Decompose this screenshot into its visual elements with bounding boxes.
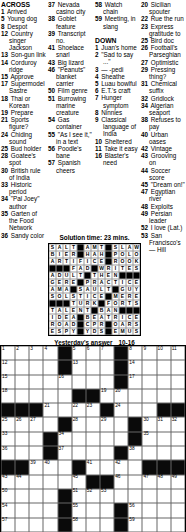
cell-number: 18 <box>2 389 7 394</box>
cell-number: 12 <box>2 361 7 366</box>
grid-cell[interactable] <box>72 375 86 389</box>
grid-cell[interactable]: 36 <box>1 446 15 460</box>
grid-cell[interactable] <box>43 360 57 374</box>
grid-cell[interactable] <box>86 360 100 374</box>
clue-number: 13 <box>1 51 9 58</box>
solution-letter-cell: L <box>63 307 70 314</box>
solution-letter-cell: U <box>126 328 133 335</box>
solution-letter-cell: T <box>119 265 126 272</box>
grid-cell[interactable]: 29 <box>100 417 114 431</box>
solution-letter-cell: T <box>77 293 84 300</box>
grid-cell[interactable] <box>171 375 185 389</box>
clue-across-8: 8 Despot <box>1 23 46 30</box>
solution-letter-cell: M <box>91 244 98 251</box>
grid-cell[interactable] <box>15 446 29 460</box>
solution-letter-cell: I <box>119 314 126 321</box>
grid-cell[interactable] <box>142 503 156 517</box>
solution-letter-cell: E <box>63 251 70 258</box>
grid-cell[interactable]: 43 <box>1 475 15 489</box>
grid-cell[interactable] <box>114 489 128 503</box>
cell-number: 54 <box>2 504 7 509</box>
clue-number: 56 <box>48 145 56 152</box>
grid-cell[interactable] <box>86 518 100 532</box>
grid-cell[interactable] <box>128 403 142 417</box>
grid-cell[interactable]: 39 <box>29 460 43 474</box>
grid-cell[interactable]: 25 <box>1 417 15 431</box>
grid-cell[interactable] <box>29 503 43 517</box>
clue-down-38: 38 Refuses to pay <box>141 116 185 130</box>
grid-cell[interactable] <box>29 389 43 403</box>
solution-black-cell <box>126 307 133 314</box>
cell-number: 28 <box>73 418 78 423</box>
solution-letter-cell: D <box>56 272 63 279</box>
cell-number: 2 <box>16 347 19 352</box>
solution-letter-cell: T <box>98 244 105 251</box>
clue-number: 17 <box>1 80 9 87</box>
clue-number: 53 <box>141 232 149 239</box>
clue-across-35: 35 Garten of the Food Network <box>1 210 46 232</box>
grid-cell[interactable]: 22 <box>72 403 86 417</box>
grid-cell[interactable] <box>157 432 171 446</box>
grid-cell[interactable]: 34 <box>58 432 72 446</box>
solution-letter-cell: O <box>133 251 140 258</box>
grid-cell[interactable] <box>15 375 29 389</box>
grid-cell[interactable]: 10 <box>157 346 171 360</box>
clue-number: 38 <box>48 15 56 22</box>
solution-black-cell <box>119 307 126 314</box>
grid-cell[interactable]: 59 <box>128 518 142 532</box>
grid-cell[interactable] <box>100 375 114 389</box>
clue-number: 5 <box>95 80 100 87</box>
grid-cell[interactable]: 11 <box>171 346 185 360</box>
solution-letter-cell: R <box>63 279 70 286</box>
grid-cell[interactable] <box>58 475 72 489</box>
grid-cell[interactable] <box>171 446 185 460</box>
clue-down-6: 6 E.T.'s craft <box>95 87 139 94</box>
grid-cell[interactable]: 20 <box>114 389 128 403</box>
solution-letter-cell: E <box>63 314 70 321</box>
grid-cell[interactable]: 52 <box>86 489 100 503</box>
cell-number: 39 <box>30 461 35 466</box>
grid-black-cell <box>128 432 142 446</box>
solution-letter-cell: D <box>56 314 63 321</box>
clue-down-29: 29 Pressing thing? <box>141 66 185 80</box>
grid-cell[interactable] <box>128 475 142 489</box>
grid-cell[interactable] <box>157 518 171 532</box>
cell-number: 23 <box>87 404 92 409</box>
solution-letter-cell: A <box>56 307 63 314</box>
solution-letter-cell: O <box>126 258 133 265</box>
grid-cell[interactable]: 58 <box>72 518 86 532</box>
grid-cell[interactable] <box>100 446 114 460</box>
grid-cell[interactable] <box>29 489 43 503</box>
solution-letter-cell: S <box>49 244 56 251</box>
grid-cell[interactable]: 32 <box>171 417 185 431</box>
grid-cell[interactable]: 41 <box>86 460 100 474</box>
solution-letter-cell: H <box>98 251 105 258</box>
grid-cell[interactable]: 47 <box>142 475 156 489</box>
grid-cell[interactable]: 31 <box>157 417 171 431</box>
solution-letter-cell: E <box>105 272 112 279</box>
solution-letter-cell: R <box>112 314 119 321</box>
clue-across-56: 56 Poodle's bane <box>48 145 93 159</box>
clue-number: 47 <box>141 188 149 195</box>
solution-letter-cell: I <box>56 251 63 258</box>
clue-across-33: 33 Historic period <box>1 181 46 195</box>
solution-letter-cell: T <box>126 300 133 307</box>
grid-cell[interactable] <box>142 375 156 389</box>
grid-cell[interactable]: 48 <box>157 475 171 489</box>
solution-letter-cell: L <box>126 251 133 258</box>
clue-number: 45 <box>141 181 149 188</box>
solution-letter-cell: B <box>98 307 105 314</box>
solution-black-cell <box>105 244 112 251</box>
clue-across-21: 21 Sports figure? <box>1 116 46 130</box>
solution-letter-cell: E <box>126 265 133 272</box>
solution-letter-cell: F <box>105 300 112 307</box>
solution-letter-cell: E <box>119 293 126 300</box>
grid-black-cell <box>58 503 72 517</box>
grid-cell[interactable] <box>58 460 72 474</box>
solution-letter-cell: A <box>63 286 70 293</box>
clue-number: 29 <box>141 66 149 73</box>
clue-down-42: 42 Vintage <box>141 145 185 152</box>
grid-cell[interactable]: 1 <box>1 346 15 360</box>
clue-number: 49 <box>141 210 149 217</box>
grid-cell[interactable]: 33 <box>1 432 15 446</box>
grid-cell[interactable]: 17 <box>128 375 142 389</box>
cell-number: 36 <box>2 447 7 452</box>
clue-down-45: 45 "Dream on!" <box>141 181 185 188</box>
grid-cell[interactable] <box>171 432 185 446</box>
grid-cell[interactable]: 54 <box>1 503 15 517</box>
clue-down-10: 10 Sheltered <box>95 138 139 145</box>
grid-cell[interactable] <box>86 446 100 460</box>
clue-down-26: 26 Football's Parseghian <box>141 44 185 58</box>
grid-cell[interactable] <box>142 360 156 374</box>
clue-across-5: 5 Young dog <box>1 15 46 22</box>
clue-down-11: 11 Take it easy <box>95 145 139 152</box>
solution-black-cell <box>98 300 105 307</box>
grid-cell[interactable]: 7 <box>100 346 114 360</box>
grid-cell[interactable] <box>171 389 185 403</box>
grid-cell[interactable]: 3 <box>29 346 43 360</box>
solution-letter-cell: Y <box>133 286 140 293</box>
grid-cell[interactable] <box>29 446 43 460</box>
grid-cell[interactable]: 26 <box>15 417 29 431</box>
grid-cell[interactable] <box>142 518 156 532</box>
solution-letter-cell: R <box>91 279 98 286</box>
grid-cell[interactable]: 16 <box>58 375 72 389</box>
grid-cell[interactable] <box>157 503 171 517</box>
clue-down-2: 2 "Sad to say ..." <box>95 51 139 65</box>
grid-cell[interactable] <box>114 417 128 431</box>
grid-cell[interactable] <box>29 432 43 446</box>
grid-cell[interactable] <box>114 432 128 446</box>
grid-cell[interactable]: 13 <box>72 360 86 374</box>
grid-cell[interactable]: 38 <box>128 446 142 460</box>
solution-letter-cell: E <box>70 279 77 286</box>
grid-cell[interactable] <box>43 503 57 517</box>
solution-letter-cell: E <box>112 328 119 335</box>
grid-cell[interactable] <box>142 403 156 417</box>
cell-number: 21 <box>44 404 49 409</box>
grid-cell[interactable] <box>58 403 72 417</box>
solution-letter-cell: C <box>126 314 133 321</box>
solution-letter-cell: F <box>77 258 84 265</box>
clue-down-48: 48 Exploits <box>141 203 185 210</box>
clue-number: 33 <box>1 181 9 188</box>
clue-down-9: 9 Classical language of India <box>95 116 139 138</box>
grid-cell[interactable]: 15 <box>1 375 15 389</box>
solution-letter-cell: P <box>84 279 91 286</box>
grid-cell[interactable] <box>43 518 57 532</box>
grid-cell[interactable]: 35 <box>142 432 156 446</box>
grid-cell[interactable]: 9 <box>142 346 156 360</box>
grid-cell[interactable]: 57 <box>1 518 15 532</box>
solution-letter-cell: W <box>133 244 140 251</box>
grid-cell[interactable] <box>128 460 142 474</box>
grid-cell[interactable] <box>43 489 57 503</box>
grid-cell[interactable] <box>171 360 185 374</box>
grid-cell[interactable]: 14 <box>128 360 142 374</box>
grid-cell[interactable] <box>29 360 43 374</box>
grid-cell[interactable]: 55 <box>72 503 86 517</box>
grid-cell[interactable] <box>15 503 29 517</box>
clue-across-12: 12 Country singer Jackson <box>1 30 46 52</box>
cell-number: 33 <box>2 432 7 437</box>
grid-black-cell <box>114 518 128 532</box>
grid-cell[interactable] <box>171 503 185 517</box>
solution-letter-cell: K <box>91 300 98 307</box>
clue-across-17: 17 Supermodel Sastre <box>1 80 46 94</box>
clue-number: 46 <box>48 66 56 73</box>
clue-number: 43 <box>48 59 56 66</box>
cell-number: 1 <box>2 347 5 352</box>
grid-cell[interactable] <box>100 503 114 517</box>
clue-column-4: 20 Sicilian spouter22 Rue the run23 Expr… <box>141 1 185 253</box>
cell-number: 29 <box>101 418 106 423</box>
clue-number: 21 <box>1 116 9 123</box>
grid-cell[interactable] <box>100 460 114 474</box>
grid-cell[interactable]: 24 <box>114 403 128 417</box>
grid-cell[interactable]: 23 <box>86 403 100 417</box>
clue-number: 54 <box>48 116 56 123</box>
grid-cell[interactable] <box>142 389 156 403</box>
grid-cell[interactable] <box>100 518 114 532</box>
cell-number: 53 <box>101 489 106 494</box>
clue-number: 48 <box>141 203 149 210</box>
grid-cell[interactable] <box>100 432 114 446</box>
solution-letter-cell: Y <box>84 328 91 335</box>
clue-number: 25 <box>141 37 149 44</box>
grid-cell[interactable]: 27 <box>29 417 43 431</box>
grid-cell[interactable] <box>43 475 57 489</box>
solution-black-cell <box>91 307 98 314</box>
clue-number: 52 <box>141 224 149 231</box>
solution-letter-cell: I <box>112 265 119 272</box>
grid-cell[interactable] <box>171 489 185 503</box>
clue-across-19: 19 Prepare <box>1 109 46 116</box>
clue-across-50: 50 Film genre <box>48 87 93 94</box>
grid-black-cell <box>100 403 114 417</box>
clue-number: 32 <box>141 95 149 102</box>
grid-cell[interactable] <box>171 518 185 532</box>
grid-cell[interactable] <box>29 518 43 532</box>
grid-cell[interactable] <box>29 375 43 389</box>
clue-number: 3 <box>95 66 100 73</box>
cell-number: 14 <box>129 361 134 366</box>
grid-cell[interactable]: 37 <box>58 446 72 460</box>
cell-number: 31 <box>158 418 163 423</box>
solution-letter-cell: I <box>70 258 77 265</box>
grid-cell[interactable]: 18 <box>1 389 15 403</box>
grid-cell[interactable] <box>43 389 57 403</box>
grid-black-cell <box>43 446 57 460</box>
grid-cell[interactable]: 46 <box>114 475 128 489</box>
grid-cell[interactable] <box>157 375 171 389</box>
grid-cell[interactable]: 53 <box>100 489 114 503</box>
cell-number: 43 <box>2 475 7 480</box>
clue-down-7: 7 Hunger symptom <box>95 94 139 108</box>
solution-letter-cell: N <box>112 272 119 279</box>
grid-cell[interactable] <box>86 432 100 446</box>
grid-cell[interactable] <box>58 389 72 403</box>
cell-number: 42 <box>115 461 120 466</box>
grid-cell[interactable]: 49 <box>171 475 185 489</box>
clue-list-header-across: ACROSS <box>1 1 46 8</box>
grid-cell[interactable] <box>29 475 43 489</box>
clue-number: 41 <box>48 44 56 51</box>
grid-cell[interactable]: 56 <box>128 503 142 517</box>
grid-cell[interactable]: 30 <box>142 417 156 431</box>
clue-across-34: 34 "Pal Joey" author <box>1 195 46 209</box>
clue-number: 2 <box>95 51 100 58</box>
solution-black-cell <box>105 258 112 265</box>
clue-number: 10 <box>95 138 103 145</box>
grid-cell[interactable] <box>15 432 29 446</box>
grid-cell[interactable] <box>128 389 142 403</box>
cell-number: 37 <box>59 447 64 452</box>
grid-cell[interactable]: 21 <box>43 403 57 417</box>
grid-cell[interactable] <box>72 446 86 460</box>
solution-letter-cell: U <box>63 272 70 279</box>
clue-across-55: 55 "As I see it," in a text <box>48 131 93 145</box>
grid-cell[interactable] <box>157 489 171 503</box>
grid-cell[interactable]: 12 <box>1 360 15 374</box>
clue-number: 19 <box>1 109 9 116</box>
grid-black-cell <box>114 360 128 374</box>
grid-cell[interactable]: 50 <box>1 489 15 503</box>
clue-number: 57 <box>48 159 56 166</box>
cell-number: 56 <box>129 504 134 509</box>
grid-cell[interactable]: 8 <box>128 346 142 360</box>
clue-across-38: 38 Goblet feature <box>48 15 93 29</box>
solution-letter-cell: A <box>126 244 133 251</box>
clue-number: 28 <box>1 152 9 159</box>
solution-black-cell <box>126 272 133 279</box>
clue-down-5: 5 Luau bowlful <box>95 80 139 87</box>
crossword-page: ACROSS1 Arrived5 Young dog8 Despot12 Cou… <box>0 0 186 532</box>
grid-black-cell <box>58 518 72 532</box>
grid-cell[interactable]: 45 <box>72 475 86 489</box>
cell-number: 48 <box>158 475 163 480</box>
grid-cell[interactable] <box>157 360 171 374</box>
clue-down-49: 49 Persian leader <box>141 210 185 224</box>
grid-cell[interactable] <box>43 417 57 431</box>
solution-letter-cell: A <box>70 314 77 321</box>
grid-cell[interactable]: 40 <box>43 460 57 474</box>
clue-number: 1 <box>95 44 100 51</box>
clue-number: 37 <box>48 1 56 8</box>
clue-number: 11 <box>95 145 103 152</box>
grid-cell[interactable] <box>86 503 100 517</box>
grid-cell[interactable] <box>142 446 156 460</box>
grid-cell[interactable] <box>100 360 114 374</box>
solution-letter-cell: H <box>84 251 91 258</box>
solution-letter-cell: T <box>63 258 70 265</box>
cell-number: 7 <box>101 347 104 352</box>
solution-letter-cell: R <box>70 251 77 258</box>
cell-number: 51 <box>73 489 78 494</box>
clue-down-8: 8 Ninnies <box>95 109 139 116</box>
solution-letter-cell: E <box>91 314 98 321</box>
grid-black-cell <box>100 475 114 489</box>
solution-letter-cell: A <box>56 244 63 251</box>
grid-cell[interactable]: 6 <box>86 346 100 360</box>
grid-cell[interactable]: 4 <box>43 346 57 360</box>
grid-cell[interactable] <box>15 389 29 403</box>
solution-black-cell <box>133 272 140 279</box>
solution-letter-cell: G <box>49 279 56 286</box>
grid-cell[interactable] <box>86 417 100 431</box>
grid-cell[interactable] <box>86 375 100 389</box>
grid-cell[interactable]: 42 <box>114 460 128 474</box>
clue-across-28: 28 Goatee's spot <box>1 152 46 166</box>
grid-cell[interactable] <box>142 489 156 503</box>
grid-cell[interactable] <box>15 518 29 532</box>
solution-letter-cell: N <box>77 307 84 314</box>
grid-black-cell <box>58 489 72 503</box>
grid-cell[interactable]: 5 <box>72 346 86 360</box>
grid-cell[interactable] <box>157 446 171 460</box>
solution-letter-cell: L <box>119 244 126 251</box>
grid-cell[interactable] <box>128 489 142 503</box>
solution-black-cell <box>70 286 77 293</box>
grid-cell[interactable]: 19 <box>100 389 114 403</box>
clue-number: 15 <box>1 73 9 80</box>
grid-cell[interactable] <box>157 389 171 403</box>
clue-number: 16 <box>95 152 103 159</box>
solution-letter-cell: Y <box>70 328 77 335</box>
puzzle-grid[interactable]: 1234567891011121314151617181920212223242… <box>0 345 186 532</box>
grid-cell[interactable]: 2 <box>15 346 29 360</box>
solution-letter-cell: R <box>126 321 133 328</box>
grid-cell[interactable] <box>72 432 86 446</box>
solution-black-cell <box>105 251 112 258</box>
grid-cell[interactable]: 44 <box>15 475 29 489</box>
solution-letter-cell: B <box>84 314 91 321</box>
solution-letter-cell: R <box>119 300 126 307</box>
grid-cell[interactable]: 28 <box>72 417 86 431</box>
grid-cell[interactable] <box>15 489 29 503</box>
grid-cell[interactable]: 51 <box>72 489 86 503</box>
grid-cell[interactable] <box>43 375 57 389</box>
grid-cell[interactable] <box>15 360 29 374</box>
cell-number: 47 <box>143 475 148 480</box>
cell-number: 38 <box>129 447 134 452</box>
solution-black-cell <box>91 265 98 272</box>
